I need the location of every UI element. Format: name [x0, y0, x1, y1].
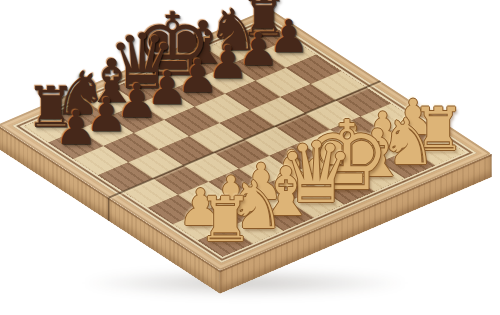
chess-board — [0, 8, 492, 270]
chess-set-product-photo: ♜♞♝♛♚♝♞♜♟♟♟♟♟♟♟♟♟♟♟♟♟♟♟♟♜♞♝♛♚♝♞♜ — [0, 0, 500, 315]
hinge-gap-line — [108, 197, 110, 221]
